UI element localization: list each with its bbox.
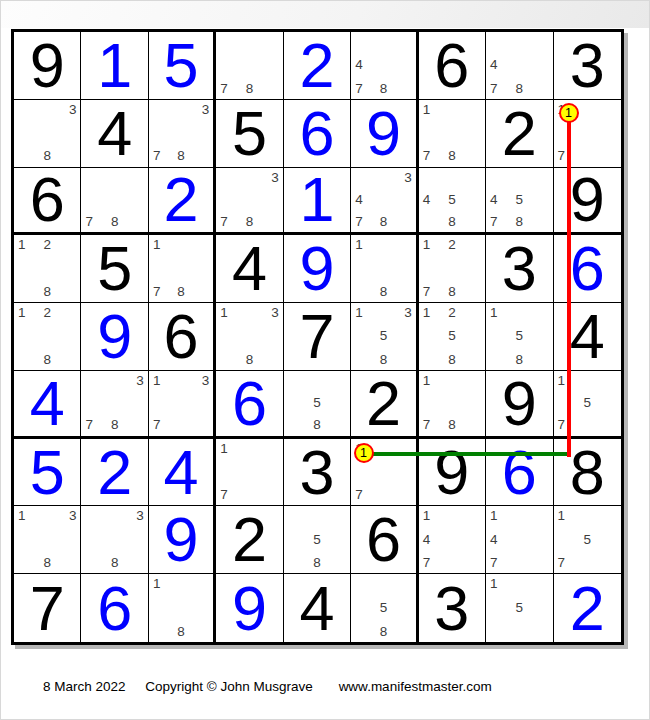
candidate-slot-empty	[259, 347, 278, 368]
candidate-slot-empty	[393, 483, 412, 504]
candidate-slot-empty	[259, 483, 278, 504]
candidate-slot-empty	[490, 326, 509, 347]
candidate-digit: 1	[355, 441, 374, 462]
solved-digit: 2	[554, 574, 621, 642]
candidate-slot-empty	[85, 373, 104, 393]
candidate-slot-empty	[57, 550, 76, 571]
cell-r1c3[interactable]: 5	[149, 32, 216, 100]
footer-website: www.manifestmaster.com	[339, 679, 492, 694]
candidate-slot-empty	[37, 123, 56, 144]
candidate-digit: 8	[374, 619, 393, 640]
cell-r5c7[interactable]: 1258	[419, 303, 486, 371]
cell-r7c1[interactable]: 5	[14, 439, 81, 507]
candidate-digit: 8	[374, 210, 393, 230]
cell-r8c5[interactable]: 58	[284, 506, 351, 574]
cell-r4c5[interactable]: 9	[284, 235, 351, 303]
cell-r1c5[interactable]: 2	[284, 32, 351, 100]
cell-r4c9[interactable]: 6	[554, 235, 621, 303]
candidate-slot-empty	[442, 550, 461, 571]
candidate-slot-empty	[462, 102, 481, 123]
cell-r7c7[interactable]: 9	[419, 439, 486, 507]
candidate-digit: 3	[124, 373, 143, 393]
candidate-slot-empty	[259, 441, 278, 462]
candidate-slot-empty	[462, 326, 481, 347]
cell-r5c1[interactable]: 128	[14, 303, 81, 371]
candidate-slot-empty	[462, 123, 481, 144]
candidate-digit: 3	[191, 373, 210, 393]
candidate-slot-empty	[240, 34, 259, 55]
candidate-slot-empty	[490, 619, 509, 640]
cell-r6c1[interactable]: 4	[14, 371, 81, 439]
given-digit: 9	[419, 439, 485, 506]
candidate-digit: 8	[510, 76, 529, 97]
candidate-digit: 7	[153, 144, 172, 165]
candidate-slot-empty	[327, 413, 346, 433]
cell-r1c6[interactable]: 478	[351, 32, 418, 100]
candidate-grid: 17	[220, 441, 278, 504]
candidate-slot-empty	[191, 576, 210, 597]
candidate-slot-empty	[510, 170, 529, 190]
candidate-slot-empty	[18, 123, 37, 144]
cell-r3c7[interactable]: 458	[419, 168, 486, 236]
cell-r5c5[interactable]: 7	[284, 303, 351, 371]
cell-r3c3[interactable]: 2	[149, 168, 216, 236]
candidate-slot-empty	[153, 393, 172, 413]
candidate-slot-empty	[510, 619, 529, 640]
solved-digit: 1	[81, 32, 147, 99]
candidate-slot-empty	[240, 190, 259, 210]
candidate-digit: 1	[558, 373, 578, 393]
candidate-slot-empty	[327, 508, 346, 529]
cell-r7c3[interactable]: 4	[149, 439, 216, 507]
candidate-slot-empty	[462, 279, 481, 300]
candidate-grid: 178	[423, 373, 481, 434]
cell-r1c9[interactable]: 3	[554, 32, 621, 100]
candidate-slot-empty	[374, 237, 393, 258]
candidate-slot-empty	[510, 529, 529, 550]
candidate-slot-empty	[18, 529, 37, 550]
candidate-grid: 157	[558, 508, 617, 571]
candidate-slot-empty	[355, 576, 374, 597]
candidate-slot-empty	[172, 258, 191, 279]
solved-digit: 5	[14, 439, 80, 506]
candidate-digit: 7	[558, 550, 578, 571]
candidate-grid: 138	[18, 508, 76, 571]
candidate-grid: 147	[490, 508, 548, 571]
given-digit: 2	[216, 506, 282, 573]
candidate-grid: 478	[490, 34, 548, 97]
cell-r3c2[interactable]: 78	[81, 168, 148, 236]
cell-r2c1[interactable]: 38	[14, 100, 81, 168]
candidate-digit: 5	[442, 326, 461, 347]
candidate-slot-empty	[529, 508, 548, 529]
cell-r2c3[interactable]: 378	[149, 100, 216, 168]
candidate-slot-empty	[393, 462, 412, 483]
candidate-slot-empty	[577, 413, 597, 433]
candidate-digit: 4	[490, 190, 509, 210]
candidate-digit: 5	[577, 529, 597, 550]
candidate-slot-empty	[355, 258, 374, 279]
given-digit: 4	[554, 303, 621, 370]
cell-r8c7[interactable]: 147	[419, 506, 486, 574]
cell-r5c8[interactable]: 158	[486, 303, 553, 371]
candidate-slot-empty	[259, 55, 278, 76]
cell-r2c4[interactable]: 5	[216, 100, 283, 168]
candidate-slot-empty	[288, 393, 307, 413]
candidate-slot-empty	[393, 210, 412, 230]
candidate-slot-empty	[393, 258, 412, 279]
candidate-slot-empty	[577, 373, 597, 393]
candidate-slot-empty	[490, 347, 509, 368]
candidate-slot-empty	[259, 76, 278, 97]
cell-r7c5[interactable]: 3	[284, 439, 351, 507]
candidate-slot-empty	[37, 529, 56, 550]
cell-r1c4[interactable]: 78	[216, 32, 283, 100]
candidate-slot-empty	[240, 55, 259, 76]
candidate-slot-empty	[462, 237, 481, 258]
cell-r7c9[interactable]: 8	[554, 439, 621, 507]
candidate-digit: 7	[220, 76, 239, 97]
cell-r4c2[interactable]: 5	[81, 235, 148, 303]
candidate-digit: 7	[490, 550, 509, 571]
candidate-slot-empty	[462, 413, 481, 433]
candidate-slot-empty	[529, 34, 548, 55]
solved-digit: 6	[284, 100, 350, 167]
candidate-slot-empty	[220, 55, 239, 76]
candidate-slot-empty	[124, 413, 143, 433]
given-digit: 3	[419, 574, 485, 642]
candidate-slot-empty	[577, 508, 597, 529]
given-digit: 3	[486, 235, 552, 302]
candidate-slot-empty	[374, 483, 393, 504]
candidate-digit: 8	[374, 76, 393, 97]
candidate-slot-empty	[57, 144, 76, 165]
cell-r9c8[interactable]: 15	[486, 574, 553, 642]
candidate-slot-empty	[355, 347, 374, 368]
candidate-slot-empty	[355, 619, 374, 640]
candidate-slot-empty	[220, 190, 239, 210]
candidate-digit: 3	[57, 102, 76, 123]
candidate-grid: 157	[558, 373, 617, 434]
candidate-slot-empty	[124, 170, 143, 190]
cell-r2c2[interactable]: 4	[81, 100, 148, 168]
cell-r1c8[interactable]: 478	[486, 32, 553, 100]
candidate-grid: 18	[153, 576, 209, 640]
candidate-slot-empty	[558, 393, 578, 413]
cell-r9c9[interactable]: 2	[554, 574, 621, 642]
candidate-digit: 7	[85, 413, 104, 433]
cell-r7c8[interactable]: 6	[486, 439, 553, 507]
cell-r6c4[interactable]: 6	[216, 371, 283, 439]
cell-r3c8[interactable]: 4578	[486, 168, 553, 236]
candidate-digit: 1	[18, 508, 37, 529]
cell-r8c4[interactable]: 2	[216, 506, 283, 574]
candidate-digit: 1	[490, 576, 509, 597]
candidate-digit: 8	[172, 144, 191, 165]
candidate-slot-empty	[510, 305, 529, 326]
candidate-slot-empty	[259, 326, 278, 347]
candidate-slot-empty	[462, 190, 481, 210]
candidate-slot-empty	[327, 373, 346, 393]
candidate-slot-empty	[124, 393, 143, 413]
candidate-slot-empty	[529, 576, 548, 597]
given-digit: 4	[216, 235, 282, 302]
candidate-grid: 1358	[355, 305, 411, 368]
cell-r8c6[interactable]: 6	[351, 506, 418, 574]
candidate-digit: 7	[355, 76, 374, 97]
solved-digit: 2	[284, 32, 350, 99]
candidate-slot-empty	[462, 258, 481, 279]
candidate-slot-empty	[355, 462, 374, 483]
candidate-slot-empty	[442, 373, 461, 393]
candidate-slot-empty	[529, 597, 548, 618]
candidate-grid: 137	[153, 373, 209, 434]
candidate-digit: 1	[153, 237, 172, 258]
candidate-slot-empty	[57, 279, 76, 300]
candidate-slot-empty	[18, 347, 37, 368]
cell-r4c6[interactable]: 18	[351, 235, 418, 303]
candidate-slot-empty	[191, 393, 210, 413]
cell-r9c7[interactable]: 3	[419, 574, 486, 642]
candidate-digit: 1	[355, 237, 374, 258]
candidate-slot-empty	[288, 413, 307, 433]
candidate-slot-empty	[374, 258, 393, 279]
solved-digit: 6	[486, 439, 552, 506]
candidate-slot-empty	[288, 373, 307, 393]
cell-r8c8[interactable]: 147	[486, 506, 553, 574]
candidate-digit: 3	[191, 102, 210, 123]
cell-r9c2[interactable]: 6	[81, 574, 148, 642]
candidate-slot-empty	[57, 529, 76, 550]
candidate-digit: 2	[37, 237, 56, 258]
candidate-slot-empty	[597, 102, 617, 123]
cell-r3c9[interactable]: 9	[554, 168, 621, 236]
cell-r9c4[interactable]: 9	[216, 574, 283, 642]
candidate-digit: 4	[355, 55, 374, 76]
candidate-slot-empty	[529, 529, 548, 550]
candidate-grid: 58	[288, 508, 346, 571]
candidate-slot-empty	[18, 144, 37, 165]
candidate-digit: 1	[423, 508, 442, 529]
given-digit: 3	[554, 32, 621, 99]
candidate-slot-empty	[85, 529, 104, 550]
candidate-slot-empty	[37, 258, 56, 279]
cell-r2c9[interactable]: 17	[554, 100, 621, 168]
candidate-slot-empty	[529, 305, 548, 326]
candidate-slot-empty	[423, 258, 442, 279]
cell-r5c3[interactable]: 6	[149, 303, 216, 371]
given-digit: 4	[81, 100, 147, 167]
solved-digit: 1	[284, 168, 350, 233]
cell-r3c1[interactable]: 6	[14, 168, 81, 236]
candidate-slot-empty	[288, 529, 307, 550]
cell-r8c3[interactable]: 9	[149, 506, 216, 574]
candidate-slot-empty	[259, 210, 278, 230]
candidate-grid: 378	[85, 373, 143, 434]
cell-r5c2[interactable]: 9	[81, 303, 148, 371]
cell-r7c4[interactable]: 17	[216, 439, 283, 507]
candidate-slot-empty	[85, 550, 104, 571]
cell-r9c3[interactable]: 18	[149, 574, 216, 642]
candidate-digit: 4	[423, 529, 442, 550]
cell-r5c6[interactable]: 1358	[351, 303, 418, 371]
cell-r8c2[interactable]: 38	[81, 506, 148, 574]
candidate-slot-empty	[240, 462, 259, 483]
candidate-slot-empty	[423, 326, 442, 347]
given-digit: 5	[216, 100, 282, 167]
candidate-digit: 1	[423, 102, 442, 123]
candidate-slot-empty	[37, 102, 56, 123]
cell-r7c2[interactable]: 2	[81, 439, 148, 507]
candidate-digit: 7	[220, 483, 239, 504]
candidate-slot-empty	[577, 123, 597, 144]
candidate-digit: 1	[423, 305, 442, 326]
candidate-digit: 8	[442, 279, 461, 300]
cell-r9c6[interactable]: 58	[351, 574, 418, 642]
cell-r1c7[interactable]: 6	[419, 32, 486, 100]
candidate-slot-empty	[124, 210, 143, 230]
candidate-slot-empty	[18, 326, 37, 347]
candidate-slot-empty	[191, 237, 210, 258]
candidate-digit: 8	[37, 279, 56, 300]
cell-r4c3[interactable]: 178	[149, 235, 216, 303]
candidate-digit: 7	[355, 483, 374, 504]
candidate-digit: 7	[85, 210, 104, 230]
cell-r4c1[interactable]: 128	[14, 235, 81, 303]
candidate-slot-empty	[529, 326, 548, 347]
candidate-slot-empty	[240, 326, 259, 347]
cell-r3c5[interactable]: 1	[284, 168, 351, 236]
cell-r2c8[interactable]: 2	[486, 100, 553, 168]
solved-digit: 9	[149, 506, 213, 573]
solved-digit: 2	[81, 439, 147, 506]
candidate-digit: 1	[18, 237, 37, 258]
cell-r4c4[interactable]: 4	[216, 235, 283, 303]
candidate-slot-empty	[558, 123, 578, 144]
candidate-digit: 1	[490, 305, 509, 326]
candidate-digit: 3	[124, 508, 143, 529]
cell-r8c1[interactable]: 138	[14, 506, 81, 574]
given-digit: 6	[419, 32, 485, 99]
candidate-digit: 8	[105, 210, 124, 230]
cell-r3c6[interactable]: 3478	[351, 168, 418, 236]
candidate-slot-empty	[18, 258, 37, 279]
candidate-slot-empty	[393, 279, 412, 300]
candidate-grid: 17	[355, 441, 411, 504]
candidate-slot-empty	[558, 529, 578, 550]
cell-r5c9[interactable]: 4	[554, 303, 621, 371]
candidate-digit: 2	[37, 305, 56, 326]
cell-r6c9[interactable]: 157	[554, 371, 621, 439]
cell-r3c4[interactable]: 378	[216, 168, 283, 236]
cell-r6c2[interactable]: 378	[81, 371, 148, 439]
given-digit: 7	[14, 574, 80, 642]
cell-r2c6[interactable]: 9	[351, 100, 418, 168]
candidate-grid: 1258	[423, 305, 481, 368]
candidate-slot-empty	[462, 144, 481, 165]
candidate-slot-empty	[191, 597, 210, 618]
candidate-slot-empty	[355, 279, 374, 300]
candidate-slot-empty	[37, 326, 56, 347]
candidate-slot-empty	[288, 550, 307, 571]
candidate-grid: 78	[220, 34, 278, 97]
candidate-digit: 8	[442, 347, 461, 368]
cell-r1c1[interactable]: 9	[14, 32, 81, 100]
candidate-slot-empty	[259, 190, 278, 210]
candidate-slot-empty	[442, 529, 461, 550]
cell-r2c7[interactable]: 178	[419, 100, 486, 168]
cell-r6c5[interactable]: 58	[284, 371, 351, 439]
cell-r4c7[interactable]: 1278	[419, 235, 486, 303]
candidate-slot-empty	[462, 550, 481, 571]
cell-r6c8[interactable]: 9	[486, 371, 553, 439]
cell-r7c6[interactable]: 17	[351, 439, 418, 507]
cell-r4c8[interactable]: 3	[486, 235, 553, 303]
given-digit: 9	[486, 371, 552, 436]
candidate-slot-empty	[327, 550, 346, 571]
candidate-grid: 78	[85, 170, 143, 231]
candidate-digit: 8	[442, 144, 461, 165]
candidate-digit: 8	[172, 279, 191, 300]
cell-r5c4[interactable]: 138	[216, 303, 283, 371]
candidate-slot-empty	[423, 123, 442, 144]
candidate-digit: 1	[18, 305, 37, 326]
candidate-digit: 8	[37, 347, 56, 368]
candidate-slot-empty	[191, 123, 210, 144]
candidate-slot-empty	[220, 170, 239, 190]
candidate-slot-empty	[374, 170, 393, 190]
given-digit: 8	[554, 439, 621, 506]
candidate-slot-empty	[393, 237, 412, 258]
candidate-slot-empty	[374, 441, 393, 462]
cell-r9c1[interactable]: 7	[14, 574, 81, 642]
candidate-slot-empty	[597, 508, 617, 529]
candidate-digit: 8	[307, 550, 326, 571]
candidate-slot-empty	[393, 576, 412, 597]
candidate-slot-empty	[355, 34, 374, 55]
cell-r6c6[interactable]: 2	[351, 371, 418, 439]
candidate-digit: 7	[153, 413, 172, 433]
candidate-slot-empty	[220, 326, 239, 347]
solved-digit: 6	[216, 371, 282, 436]
solved-digit: 2	[149, 168, 213, 233]
candidate-slot-empty	[577, 144, 597, 165]
candidate-slot-empty	[577, 102, 597, 123]
candidate-slot-empty	[307, 508, 326, 529]
candidate-digit: 8	[442, 210, 461, 230]
solved-digit: 4	[14, 371, 80, 436]
candidate-slot-empty	[172, 393, 191, 413]
footer: 8 March 2022 Copyright © John Musgrave w…	[43, 679, 492, 694]
candidate-slot-empty	[374, 55, 393, 76]
candidate-grid: 38	[85, 508, 143, 571]
cell-r1c2[interactable]: 1	[81, 32, 148, 100]
candidate-slot-empty	[529, 550, 548, 571]
cell-r6c7[interactable]: 178	[419, 371, 486, 439]
cell-r8c9[interactable]: 157	[554, 506, 621, 574]
cell-r2c5[interactable]: 6	[284, 100, 351, 168]
candidate-digit: 3	[57, 508, 76, 529]
candidate-grid: 158	[490, 305, 548, 368]
candidate-slot-empty	[191, 619, 210, 640]
candidate-digit: 5	[307, 393, 326, 413]
cell-r6c3[interactable]: 137	[149, 371, 216, 439]
cell-r9c5[interactable]: 4	[284, 574, 351, 642]
candidate-slot-empty	[191, 279, 210, 300]
candidate-digit: 8	[510, 347, 529, 368]
candidate-slot-empty	[597, 373, 617, 393]
candidate-digit: 8	[105, 550, 124, 571]
